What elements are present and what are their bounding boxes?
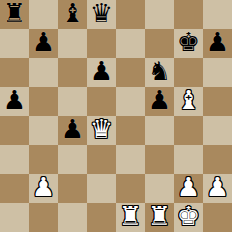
piece-white-pawn[interactable]: ♟: [206, 173, 229, 202]
square-g6[interactable]: [174, 58, 203, 87]
square-f4[interactable]: [145, 116, 174, 145]
piece-white-queen[interactable]: ♛: [90, 115, 113, 144]
square-g2[interactable]: ♟: [174, 174, 203, 203]
square-e5[interactable]: [116, 87, 145, 116]
square-c1[interactable]: [58, 203, 87, 232]
square-e6[interactable]: [116, 58, 145, 87]
square-a7[interactable]: [0, 29, 29, 58]
square-c6[interactable]: [58, 58, 87, 87]
square-g4[interactable]: [174, 116, 203, 145]
piece-black-pawn[interactable]: ♟: [32, 28, 55, 57]
square-d4[interactable]: ♛: [87, 116, 116, 145]
square-d8[interactable]: ♛: [87, 0, 116, 29]
square-b1[interactable]: [29, 203, 58, 232]
piece-black-pawn[interactable]: ♟: [61, 115, 84, 144]
square-b8[interactable]: [29, 0, 58, 29]
square-e3[interactable]: [116, 145, 145, 174]
piece-black-rook[interactable]: ♜: [3, 0, 26, 28]
square-b7[interactable]: ♟: [29, 29, 58, 58]
square-d5[interactable]: [87, 87, 116, 116]
square-d7[interactable]: [87, 29, 116, 58]
square-a1[interactable]: [0, 203, 29, 232]
square-h7[interactable]: ♟: [203, 29, 232, 58]
square-a8[interactable]: ♜: [0, 0, 29, 29]
square-b5[interactable]: [29, 87, 58, 116]
piece-white-pawn[interactable]: ♟: [32, 173, 55, 202]
square-a2[interactable]: [0, 174, 29, 203]
square-h2[interactable]: ♟: [203, 174, 232, 203]
square-d6[interactable]: ♟: [87, 58, 116, 87]
square-g7[interactable]: ♚: [174, 29, 203, 58]
square-h3[interactable]: [203, 145, 232, 174]
square-h8[interactable]: [203, 0, 232, 29]
square-c8[interactable]: ♝: [58, 0, 87, 29]
piece-white-rook[interactable]: ♜: [119, 202, 142, 231]
square-e7[interactable]: [116, 29, 145, 58]
piece-black-pawn[interactable]: ♟: [3, 86, 26, 115]
square-h4[interactable]: [203, 116, 232, 145]
chess-board: ♜♝♛♟♚♟♟♞♟♟♝♟♛♟♟♟♜♜♚: [0, 0, 232, 232]
piece-black-pawn[interactable]: ♟: [206, 28, 229, 57]
piece-black-pawn[interactable]: ♟: [148, 86, 171, 115]
square-a4[interactable]: [0, 116, 29, 145]
square-g5[interactable]: ♝: [174, 87, 203, 116]
piece-white-pawn[interactable]: ♟: [177, 173, 200, 202]
piece-black-queen[interactable]: ♛: [90, 0, 113, 28]
piece-black-bishop[interactable]: ♝: [61, 0, 84, 28]
square-e1[interactable]: ♜: [116, 203, 145, 232]
square-a6[interactable]: [0, 58, 29, 87]
square-c7[interactable]: [58, 29, 87, 58]
square-f7[interactable]: [145, 29, 174, 58]
square-h1[interactable]: [203, 203, 232, 232]
square-e2[interactable]: [116, 174, 145, 203]
square-c4[interactable]: ♟: [58, 116, 87, 145]
piece-black-king[interactable]: ♚: [177, 28, 200, 57]
square-e4[interactable]: [116, 116, 145, 145]
square-f2[interactable]: [145, 174, 174, 203]
square-f8[interactable]: [145, 0, 174, 29]
square-f6[interactable]: ♞: [145, 58, 174, 87]
square-d3[interactable]: [87, 145, 116, 174]
square-f3[interactable]: [145, 145, 174, 174]
square-c5[interactable]: [58, 87, 87, 116]
square-b6[interactable]: [29, 58, 58, 87]
square-b4[interactable]: [29, 116, 58, 145]
piece-black-knight[interactable]: ♞: [148, 57, 171, 86]
square-c2[interactable]: [58, 174, 87, 203]
square-a5[interactable]: ♟: [0, 87, 29, 116]
square-b2[interactable]: ♟: [29, 174, 58, 203]
square-h6[interactable]: [203, 58, 232, 87]
piece-black-pawn[interactable]: ♟: [90, 57, 113, 86]
square-a3[interactable]: [0, 145, 29, 174]
square-f5[interactable]: ♟: [145, 87, 174, 116]
square-g3[interactable]: [174, 145, 203, 174]
piece-white-king[interactable]: ♚: [177, 202, 200, 231]
square-b3[interactable]: [29, 145, 58, 174]
square-f1[interactable]: ♜: [145, 203, 174, 232]
piece-white-rook[interactable]: ♜: [148, 202, 171, 231]
square-g8[interactable]: [174, 0, 203, 29]
square-e8[interactable]: [116, 0, 145, 29]
square-h5[interactable]: [203, 87, 232, 116]
square-c3[interactable]: [58, 145, 87, 174]
square-d2[interactable]: [87, 174, 116, 203]
square-g1[interactable]: ♚: [174, 203, 203, 232]
square-d1[interactable]: [87, 203, 116, 232]
piece-white-bishop[interactable]: ♝: [177, 86, 200, 115]
